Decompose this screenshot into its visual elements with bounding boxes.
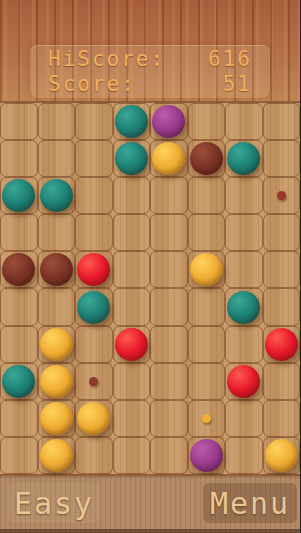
- board-cell[interactable]: [75, 437, 113, 474]
- board-cell[interactable]: [188, 214, 226, 251]
- board-cell[interactable]: [0, 363, 38, 400]
- ball-purple[interactable]: [152, 105, 185, 138]
- ball-teal[interactable]: [77, 291, 110, 324]
- board-cell[interactable]: [188, 140, 226, 177]
- board-cell[interactable]: [225, 400, 263, 437]
- board-cell[interactable]: [75, 140, 113, 177]
- board-cell[interactable]: [150, 103, 188, 140]
- ball-teal[interactable]: [115, 105, 148, 138]
- board-cell[interactable]: [0, 103, 38, 140]
- board-cell[interactable]: [263, 214, 301, 251]
- board-cell[interactable]: [0, 214, 38, 251]
- ball-yellow[interactable]: [40, 328, 73, 361]
- board-cell[interactable]: [225, 103, 263, 140]
- board-cell[interactable]: [113, 326, 151, 363]
- board-cell[interactable]: [113, 363, 151, 400]
- board-cell[interactable]: [188, 400, 226, 437]
- board-cell[interactable]: [225, 177, 263, 214]
- board-cell[interactable]: [188, 288, 226, 325]
- board-cell[interactable]: [263, 103, 301, 140]
- hiscore-line: HiScore: 616: [48, 47, 252, 72]
- board-cell[interactable]: [150, 140, 188, 177]
- board-cell[interactable]: [38, 363, 76, 400]
- board-cell[interactable]: [150, 437, 188, 474]
- board-cell[interactable]: [263, 400, 301, 437]
- board-cell[interactable]: [150, 214, 188, 251]
- board-cell[interactable]: [113, 103, 151, 140]
- board-cell[interactable]: [225, 437, 263, 474]
- board-cell[interactable]: [150, 363, 188, 400]
- board-cell[interactable]: [113, 288, 151, 325]
- preview-yellow-dot: [202, 414, 211, 423]
- board-cell[interactable]: [38, 214, 76, 251]
- ball-yellow[interactable]: [40, 402, 73, 435]
- board-cell[interactable]: [225, 326, 263, 363]
- board-cell[interactable]: [113, 437, 151, 474]
- board-cell[interactable]: [188, 177, 226, 214]
- board-cell[interactable]: [0, 177, 38, 214]
- board-cell[interactable]: [150, 177, 188, 214]
- board-cell[interactable]: [38, 288, 76, 325]
- board-cell[interactable]: [113, 140, 151, 177]
- board-cell[interactable]: [38, 400, 76, 437]
- ball-yellow[interactable]: [40, 439, 73, 472]
- board-cell[interactable]: [113, 214, 151, 251]
- board-cell[interactable]: [263, 177, 301, 214]
- board-cell[interactable]: [188, 363, 226, 400]
- ball-yellow[interactable]: [40, 365, 73, 398]
- game-screen: HiScore: 616 Score: 51 Easy Menu: [0, 0, 300, 533]
- board-cell[interactable]: [38, 251, 76, 288]
- board-cell[interactable]: [188, 251, 226, 288]
- board-cell[interactable]: [0, 437, 38, 474]
- board-cell[interactable]: [225, 251, 263, 288]
- board-cell[interactable]: [263, 326, 301, 363]
- board-cell[interactable]: [225, 363, 263, 400]
- hiscore-value: 616: [208, 47, 252, 72]
- game-board: [0, 101, 300, 476]
- board-cell[interactable]: [188, 326, 226, 363]
- board-cell[interactable]: [225, 140, 263, 177]
- ball-brown[interactable]: [2, 253, 35, 286]
- ball-teal[interactable]: [115, 142, 148, 175]
- board-cell[interactable]: [75, 326, 113, 363]
- board-cell[interactable]: [38, 326, 76, 363]
- board-cell[interactable]: [225, 214, 263, 251]
- ball-red[interactable]: [227, 365, 260, 398]
- hiscore-label: HiScore:: [48, 47, 165, 72]
- board-cell[interactable]: [75, 251, 113, 288]
- board-cell[interactable]: [75, 288, 113, 325]
- ball-yellow[interactable]: [152, 142, 185, 175]
- board-cell[interactable]: [38, 177, 76, 214]
- board-cell[interactable]: [38, 140, 76, 177]
- board-cell[interactable]: [188, 103, 226, 140]
- ball-yellow[interactable]: [190, 253, 223, 286]
- ball-red[interactable]: [77, 253, 110, 286]
- ball-brown[interactable]: [40, 253, 73, 286]
- board-cell[interactable]: [188, 437, 226, 474]
- board-cell[interactable]: [0, 400, 38, 437]
- score-line: Score: 51: [48, 72, 252, 97]
- ball-yellow[interactable]: [265, 439, 298, 472]
- ball-teal[interactable]: [2, 179, 35, 212]
- easy-button[interactable]: Easy: [8, 483, 100, 523]
- ball-red[interactable]: [265, 328, 298, 361]
- menu-button[interactable]: Menu: [203, 483, 297, 523]
- board-cell[interactable]: [150, 326, 188, 363]
- ball-teal[interactable]: [2, 365, 35, 398]
- score-value: 51: [223, 72, 252, 97]
- board-cell[interactable]: [150, 288, 188, 325]
- board-cell[interactable]: [225, 288, 263, 325]
- board-cell[interactable]: [38, 437, 76, 474]
- preview-brown-dot: [89, 377, 98, 386]
- ball-purple[interactable]: [190, 439, 223, 472]
- ball-teal[interactable]: [40, 179, 73, 212]
- board-cell[interactable]: [75, 103, 113, 140]
- board-cell[interactable]: [0, 326, 38, 363]
- board-cell[interactable]: [75, 363, 113, 400]
- board-cell[interactable]: [0, 140, 38, 177]
- board-cell[interactable]: [263, 140, 301, 177]
- board-cell[interactable]: [113, 400, 151, 437]
- ball-red[interactable]: [115, 328, 148, 361]
- preview-red-dot: [277, 191, 286, 200]
- board-cell[interactable]: [75, 400, 113, 437]
- board-cell[interactable]: [0, 288, 38, 325]
- footer-bar: Easy Menu: [0, 476, 300, 533]
- board-cell[interactable]: [150, 251, 188, 288]
- header-wood-panel: HiScore: 616 Score: 51: [0, 0, 300, 101]
- board-cell[interactable]: [113, 251, 151, 288]
- board-cell[interactable]: [38, 103, 76, 140]
- board-cell[interactable]: [75, 177, 113, 214]
- score-panel: HiScore: 616 Score: 51: [30, 45, 270, 98]
- board-cell[interactable]: [113, 177, 151, 214]
- board-cell[interactable]: [263, 363, 301, 400]
- board-cell[interactable]: [75, 214, 113, 251]
- ball-teal[interactable]: [227, 291, 260, 324]
- board-cell[interactable]: [263, 437, 301, 474]
- score-label: Score:: [48, 72, 136, 97]
- ball-yellow[interactable]: [77, 402, 110, 435]
- ball-teal[interactable]: [227, 142, 260, 175]
- board-cell[interactable]: [0, 251, 38, 288]
- board-cell[interactable]: [263, 251, 301, 288]
- board-cell[interactable]: [263, 288, 301, 325]
- board-cell[interactable]: [150, 400, 188, 437]
- ball-brown[interactable]: [190, 142, 223, 175]
